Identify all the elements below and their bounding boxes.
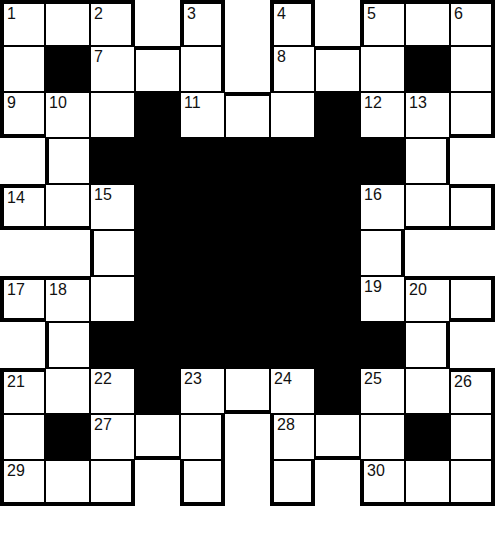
clue-number: 8 [277,48,286,66]
clue-number: 27 [94,416,112,434]
cell-r11-c7-white[interactable] [270,460,315,506]
cell-r2-c2-black [45,46,90,92]
cell-r4-c4-black [135,138,180,184]
clue-number: 5 [367,5,376,23]
cell-r10-c3-white[interactable]: 27 [90,414,135,460]
crossword-board: 1234567891011121314151617181920212223242… [0,0,495,506]
cell-r10-c10-black [405,414,450,460]
cell-r8-c2-white[interactable] [45,322,90,368]
cell-r9-c4-black [135,368,180,414]
clue-number: 13 [409,94,427,112]
cell-r9-c8-black [315,368,360,414]
cell-r7-c4-black [135,276,180,322]
clue-number: 1 [7,5,16,23]
cell-r11-c6-void [225,460,270,506]
clue-number: 2 [94,5,103,23]
cell-r10-c11-white[interactable] [450,414,495,460]
cell-r7-c2-white[interactable]: 18 [45,276,90,322]
cell-r4-c5-black [180,138,225,184]
cell-r3-c6-white[interactable] [225,92,270,138]
clue-number: 30 [367,462,385,480]
clue-number: 11 [184,94,201,112]
cell-r6-c7-black [270,230,315,276]
cell-r7-c6-black [225,276,270,322]
cell-r7-c11-white[interactable] [450,276,495,322]
cell-r8-c7-black [270,322,315,368]
clue-number: 4 [277,5,286,23]
cell-r11-c11-white[interactable] [450,460,495,506]
cell-r9-c11-white[interactable]: 26 [450,368,495,414]
clue-number: 7 [94,48,103,66]
clue-number: 21 [7,373,25,391]
cell-r6-c11-void [450,230,495,276]
cell-r3-c3-white[interactable] [90,92,135,138]
clue-number: 10 [49,94,67,112]
cell-r5-c11-white[interactable] [450,184,495,230]
clue-number: 24 [274,370,292,388]
cell-r10-c4-white[interactable] [135,414,180,460]
cell-r1-c11-white[interactable]: 6 [450,0,495,46]
cell-r2-c1-white[interactable] [0,46,45,92]
clue-number: 20 [409,281,427,299]
cell-r11-c1-white[interactable]: 29 [0,460,45,506]
cell-r10-c8-white[interactable] [315,414,360,460]
cell-r11-c4-void [135,460,180,506]
cell-r1-c8-void [315,0,360,46]
cell-r11-c10-white[interactable] [405,460,450,506]
cell-r4-c2-white[interactable] [45,138,90,184]
cell-r7-c3-white[interactable] [90,276,135,322]
cell-r10-c1-white[interactable] [0,414,45,460]
cell-r1-c5-white[interactable]: 3 [180,0,225,46]
clue-number: 3 [187,5,196,23]
cell-r3-c4-black [135,92,180,138]
clue-number: 12 [364,94,382,112]
clue-number: 25 [364,370,382,388]
clue-number: 17 [7,281,25,299]
cell-r3-c2-white[interactable]: 10 [45,92,90,138]
cell-r7-c8-black [315,276,360,322]
clue-number: 14 [7,189,25,207]
cell-r8-c5-black [180,322,225,368]
cell-r5-c2-white[interactable] [45,184,90,230]
cell-r5-c3-white[interactable]: 15 [90,184,135,230]
cell-r1-c1-white[interactable]: 1 [0,0,45,46]
cell-r5-c1-white[interactable]: 14 [0,184,45,230]
cell-r10-c9-white[interactable] [360,414,405,460]
cell-r10-c6-void [225,414,270,460]
clue-number: 28 [277,416,295,434]
cell-r4-c3-black [90,138,135,184]
cell-r2-c9-white[interactable] [360,46,405,92]
clue-number: 29 [7,462,25,480]
clue-number: 6 [454,5,463,23]
cell-r2-c6-void [225,46,270,92]
clue-number: 9 [7,94,16,112]
cell-r7-c9-white[interactable]: 19 [360,276,405,322]
cell-r8-c8-black [315,322,360,368]
cell-r6-c4-black [135,230,180,276]
cell-r2-c8-white[interactable] [315,46,360,92]
cell-r6-c5-black [180,230,225,276]
cell-r9-c9-white[interactable]: 25 [360,368,405,414]
cell-r4-c8-black [315,138,360,184]
cell-r2-c10-black [405,46,450,92]
cell-r8-c9-black [360,322,405,368]
cell-r4-c6-black [225,138,270,184]
cell-r7-c10-white[interactable]: 20 [405,276,450,322]
cell-r6-c3-white[interactable] [90,230,135,276]
cell-r6-c9-white[interactable] [360,230,405,276]
cell-r1-c7-white[interactable]: 4 [270,0,315,46]
cell-r3-c8-black [315,92,360,138]
cell-r5-c5-black [180,184,225,230]
cell-r4-c1-void [0,138,45,184]
cell-r5-c7-black [270,184,315,230]
cell-r1-c9-white[interactable]: 5 [360,0,405,46]
cell-r1-c6-void [225,0,270,46]
cell-r1-c10-white[interactable] [405,0,450,46]
clue-number: 18 [49,281,67,299]
cell-r2-c3-white[interactable]: 7 [90,46,135,92]
cell-r2-c5-white[interactable] [180,46,225,92]
cell-r9-c10-white[interactable] [405,368,450,414]
cell-r11-c2-white[interactable] [45,460,90,506]
cell-r4-c7-black [270,138,315,184]
cell-r3-c10-white[interactable]: 13 [405,92,450,138]
cell-r5-c9-white[interactable]: 16 [360,184,405,230]
clue-number: 16 [364,186,382,204]
cell-r9-c3-white[interactable]: 22 [90,368,135,414]
cell-r9-c6-white[interactable] [225,368,270,414]
cell-r2-c11-white[interactable] [450,46,495,92]
cell-r3-c1-white[interactable]: 9 [0,92,45,138]
cell-r6-c8-black [315,230,360,276]
clue-number: 15 [94,186,112,204]
cell-r11-c8-void [315,460,360,506]
cell-r1-c3-white[interactable]: 2 [90,0,135,46]
cell-r10-c5-white[interactable] [180,414,225,460]
cell-r5-c6-black [225,184,270,230]
cell-r6-c1-void [0,230,45,276]
cell-r3-c9-white[interactable]: 12 [360,92,405,138]
cell-r8-c6-black [225,322,270,368]
cell-r9-c2-white[interactable] [45,368,90,414]
cell-r4-c9-black [360,138,405,184]
cell-r5-c10-white[interactable] [405,184,450,230]
cell-r6-c6-black [225,230,270,276]
clue-number: 23 [184,370,202,388]
cell-r5-c8-black [315,184,360,230]
cell-r7-c5-black [180,276,225,322]
clue-number: 26 [454,373,472,391]
cell-r8-c10-white[interactable] [405,322,450,368]
cell-r3-c5-white[interactable]: 11 [180,92,225,138]
cell-r10-c7-white[interactable]: 28 [270,414,315,460]
cell-r9-c5-white[interactable]: 23 [180,368,225,414]
cell-r5-c4-black [135,184,180,230]
cell-r6-c2-void [45,230,90,276]
cell-r8-c11-void [450,322,495,368]
cell-r2-c7-white[interactable]: 8 [270,46,315,92]
cell-r8-c1-void [0,322,45,368]
cell-r6-c10-void [405,230,450,276]
cell-r7-c7-black [270,276,315,322]
cell-r9-c7-white[interactable]: 24 [270,368,315,414]
clue-number: 22 [94,370,112,388]
cell-r1-c4-void [135,0,180,46]
cell-r8-c4-black [135,322,180,368]
cell-r4-c10-white[interactable] [405,138,450,184]
cell-r4-c11-void [450,138,495,184]
cell-r7-c1-white[interactable]: 17 [0,276,45,322]
cell-r2-c4-white[interactable] [135,46,180,92]
cell-r11-c3-white[interactable] [90,460,135,506]
cell-r3-c11-white[interactable] [450,92,495,138]
cell-r1-c2-white[interactable] [45,0,90,46]
cell-r10-c2-black [45,414,90,460]
cell-r9-c1-white[interactable]: 21 [0,368,45,414]
cell-r11-c9-white[interactable]: 30 [360,460,405,506]
cell-r3-c7-white[interactable] [270,92,315,138]
cell-r8-c3-black [90,322,135,368]
clue-number: 19 [364,278,382,296]
cell-r11-c5-white[interactable] [180,460,225,506]
